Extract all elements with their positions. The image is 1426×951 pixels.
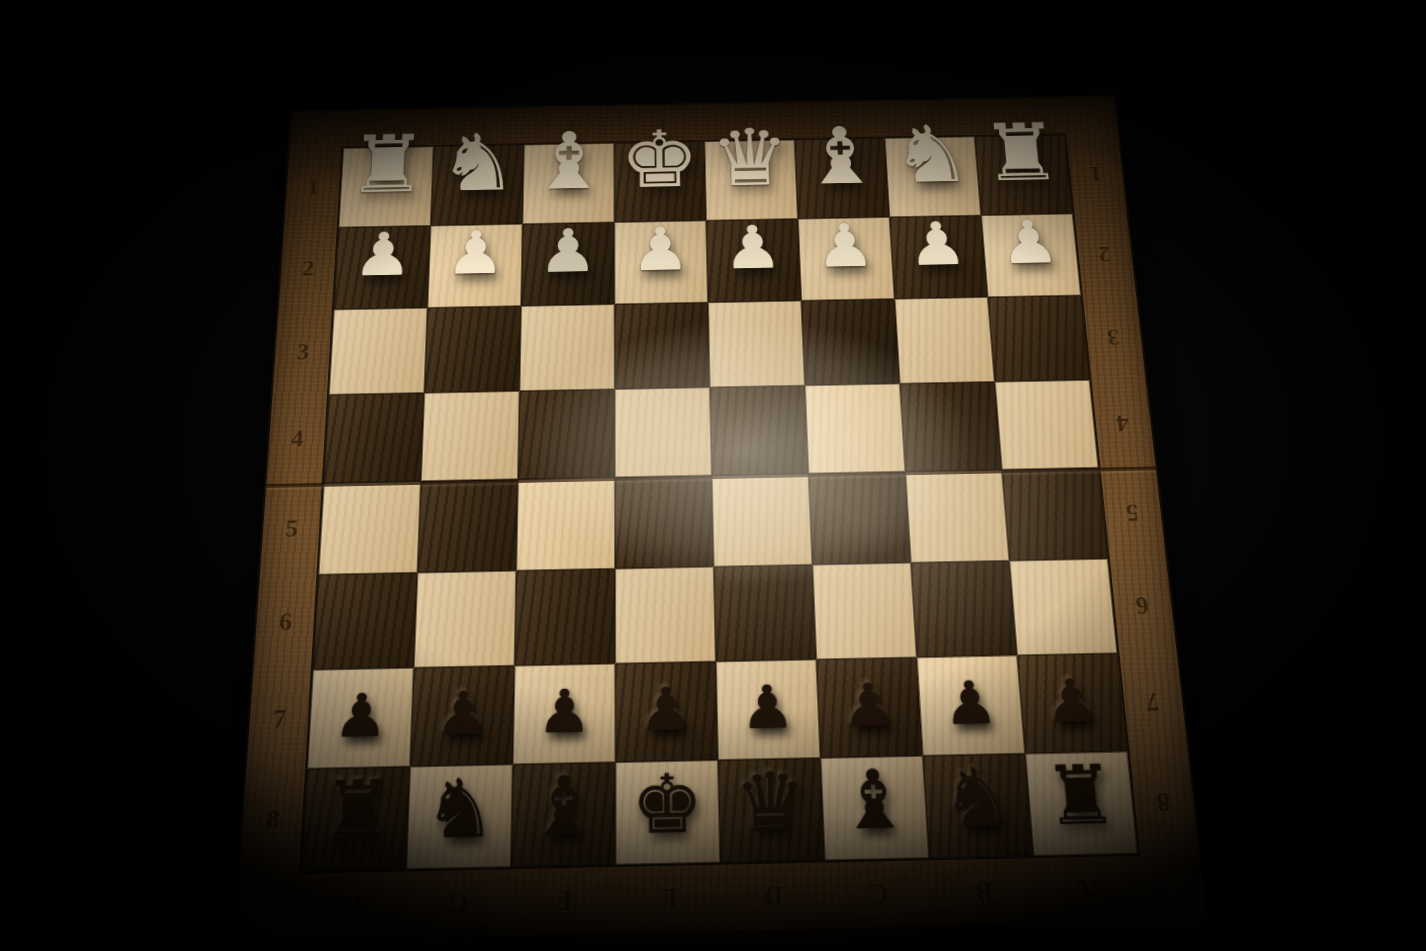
piece-bP-g7[interactable]: ♟ — [435, 683, 491, 744]
square-g4[interactable] — [421, 391, 520, 481]
square-h1[interactable]: ♜ — [339, 146, 434, 227]
square-f2[interactable]: ♟ — [521, 222, 614, 306]
square-a6[interactable] — [1009, 559, 1117, 656]
square-a1[interactable]: ♜ — [975, 135, 1073, 216]
square-f5[interactable] — [516, 477, 615, 570]
rank-label-right-5: 5 — [1124, 499, 1140, 526]
file-label-bottom-H: H — [340, 889, 364, 920]
photo-background: HGFEDCBA 12345678 12345678 HGFEDCBA ♜♞♝♚… — [0, 0, 1426, 951]
square-h6[interactable] — [313, 573, 417, 670]
square-c6[interactable] — [812, 563, 916, 660]
square-g5[interactable] — [417, 479, 518, 572]
square-c4[interactable] — [805, 384, 905, 474]
square-a2[interactable]: ♟ — [981, 214, 1081, 297]
square-b8[interactable]: ♞ — [923, 754, 1034, 858]
square-c5[interactable] — [809, 472, 911, 565]
rank-label-left-4: 4 — [290, 426, 305, 452]
square-e3[interactable] — [615, 302, 710, 389]
rank-label-left-6: 6 — [278, 608, 294, 636]
square-h3[interactable] — [329, 308, 428, 395]
piece-wN-b1[interactable]: ♞ — [889, 115, 974, 195]
square-d1[interactable]: ♛ — [704, 140, 797, 221]
square-d5[interactable] — [712, 473, 813, 566]
piece-wP-c2[interactable]: ♟ — [814, 216, 876, 276]
piece-wP-h2[interactable]: ♟ — [352, 224, 414, 285]
square-g3[interactable] — [424, 306, 521, 393]
piece-bR-a8[interactable]: ♜ — [1041, 755, 1120, 837]
piece-bP-e7[interactable]: ♟ — [639, 679, 694, 740]
piece-wK-e1[interactable]: ♚ — [620, 120, 700, 200]
piece-wP-d2[interactable]: ♟ — [723, 217, 784, 277]
piece-bR-h8[interactable]: ♜ — [318, 770, 394, 853]
square-d4[interactable] — [710, 385, 809, 475]
piece-wB-c1[interactable]: ♝ — [799, 117, 882, 197]
file-label-bottom-F: F — [554, 884, 572, 915]
square-c7[interactable]: ♟ — [816, 657, 923, 758]
rank-label-right-6: 6 — [1134, 591, 1151, 619]
rank-label-left-3: 3 — [296, 340, 311, 365]
file-label-bottom-C: C — [868, 878, 890, 909]
piece-wB-f1[interactable]: ♝ — [529, 121, 609, 201]
board-wrap: HGFEDCBA 12345678 12345678 HGFEDCBA ♜♞♝♚… — [261, 40, 1165, 936]
square-f8[interactable]: ♝ — [511, 762, 616, 867]
piece-bP-h7[interactable]: ♟ — [333, 685, 390, 746]
square-a8[interactable]: ♜ — [1025, 752, 1138, 856]
rank-label-right-1: 1 — [1088, 162, 1103, 185]
square-h8[interactable]: ♜ — [301, 767, 410, 872]
square-c2[interactable]: ♟ — [798, 217, 895, 301]
piece-bP-c7[interactable]: ♟ — [841, 675, 898, 736]
square-d2[interactable]: ♟ — [706, 219, 801, 303]
rank-label-left-1: 1 — [307, 176, 321, 199]
square-g8[interactable]: ♞ — [406, 764, 513, 869]
piece-wP-e2[interactable]: ♟ — [631, 219, 691, 280]
rank-label-left-2: 2 — [302, 257, 316, 281]
square-g2[interactable]: ♟ — [427, 224, 522, 308]
square-b3[interactable] — [895, 297, 995, 384]
square-d8[interactable]: ♛ — [718, 758, 825, 863]
square-h7[interactable]: ♟ — [307, 668, 414, 769]
piece-wP-a2[interactable]: ♟ — [997, 212, 1061, 272]
rank-label-right-8: 8 — [1154, 786, 1171, 816]
file-label-bottom-A: A — [1077, 873, 1100, 904]
square-f1[interactable]: ♝ — [523, 143, 615, 224]
file-label-bottom-G: G — [446, 887, 469, 918]
piece-wP-b2[interactable]: ♟ — [906, 214, 969, 274]
piece-wQ-d1[interactable]: ♛ — [709, 118, 791, 198]
square-b7[interactable]: ♟ — [917, 655, 1025, 755]
square-e8[interactable]: ♚ — [615, 760, 720, 865]
square-d7[interactable]: ♟ — [716, 659, 821, 760]
piece-wP-g2[interactable]: ♟ — [445, 223, 506, 284]
square-d6[interactable] — [714, 565, 817, 662]
square-e1[interactable]: ♚ — [614, 141, 706, 222]
piece-bP-b7[interactable]: ♟ — [941, 673, 999, 733]
square-e2[interactable]: ♟ — [614, 221, 708, 305]
square-g6[interactable] — [414, 571, 516, 668]
rank-label-right-3: 3 — [1105, 324, 1121, 349]
square-d3[interactable] — [708, 301, 805, 388]
piece-bB-f8[interactable]: ♝ — [527, 766, 600, 849]
square-g1[interactable]: ♞ — [431, 145, 524, 226]
piece-bN-g8[interactable]: ♞ — [423, 768, 497, 851]
rank-label-left-7: 7 — [272, 705, 288, 734]
square-f6[interactable] — [515, 569, 616, 666]
square-b4[interactable] — [900, 382, 1002, 472]
piece-bP-f7[interactable]: ♟ — [537, 681, 591, 742]
square-f3[interactable] — [520, 304, 615, 391]
board-grid: ♜♞♝♚♛♝♞♜♟♟♟♟♟♟♟♟♟♟♟♟♟♟♟♟♜♞♝♚♛♝♞♜ — [301, 135, 1137, 872]
square-e4[interactable] — [615, 387, 712, 477]
square-h2[interactable]: ♟ — [334, 226, 431, 310]
file-label-bottom-B: B — [973, 875, 994, 906]
file-label-bottom-E: E — [659, 882, 678, 913]
square-e5[interactable] — [615, 475, 714, 568]
piece-bN-b8[interactable]: ♞ — [939, 757, 1017, 839]
square-e7[interactable]: ♟ — [615, 662, 718, 763]
square-b1[interactable]: ♞ — [885, 136, 981, 217]
square-b2[interactable]: ♟ — [890, 215, 988, 299]
piece-bK-e8[interactable]: ♚ — [631, 764, 704, 846]
rank-label-right-7: 7 — [1144, 687, 1161, 716]
square-b5[interactable] — [905, 470, 1009, 563]
square-c3[interactable] — [801, 299, 900, 386]
square-h4[interactable] — [324, 393, 424, 483]
square-a7[interactable]: ♟ — [1017, 653, 1127, 753]
chess-board: HGFEDCBA 12345678 12345678 HGFEDCBA ♜♞♝♚… — [231, 95, 1212, 951]
square-c8[interactable]: ♝ — [820, 756, 929, 861]
square-a5[interactable] — [1002, 468, 1108, 561]
piece-wP-f2[interactable]: ♟ — [538, 221, 598, 282]
rank-label-left-8: 8 — [265, 805, 281, 835]
square-g7[interactable]: ♟ — [410, 666, 515, 767]
square-b6[interactable] — [911, 561, 1017, 658]
square-f7[interactable]: ♟ — [513, 664, 616, 765]
piece-wR-a1[interactable]: ♜ — [978, 113, 1064, 193]
rank-label-right-4: 4 — [1114, 410, 1130, 436]
square-c1[interactable]: ♝ — [795, 138, 890, 219]
square-a3[interactable] — [988, 295, 1090, 381]
piece-bB-c8[interactable]: ♝ — [836, 759, 912, 841]
piece-bP-a7[interactable]: ♟ — [1042, 671, 1101, 731]
rank-label-right-2: 2 — [1096, 242, 1111, 266]
square-e6[interactable] — [615, 567, 716, 664]
square-h5[interactable] — [318, 481, 420, 575]
square-a4[interactable] — [995, 380, 1099, 470]
piece-wN-g1[interactable]: ♞ — [437, 123, 519, 203]
piece-bQ-d8[interactable]: ♛ — [734, 761, 808, 843]
file-label-bottom-D: D — [763, 880, 784, 911]
square-f4[interactable] — [518, 389, 615, 479]
piece-wR-h1[interactable]: ♜ — [346, 125, 429, 205]
piece-bP-d7[interactable]: ♟ — [740, 677, 796, 738]
rank-label-left-5: 5 — [285, 516, 300, 543]
